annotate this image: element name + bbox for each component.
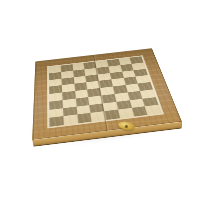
clasp-pin-icon [125,125,129,129]
square-c1 [77,113,92,123]
board-grid [49,56,162,126]
square-d1 [91,111,106,121]
square-a1 [49,116,63,127]
board-perspective-wrapper [28,16,171,159]
board-inner-border [47,55,164,128]
square-h1 [145,105,162,115]
chess-board [32,48,182,140]
square-b1 [63,115,78,125]
photo-background [0,0,200,200]
